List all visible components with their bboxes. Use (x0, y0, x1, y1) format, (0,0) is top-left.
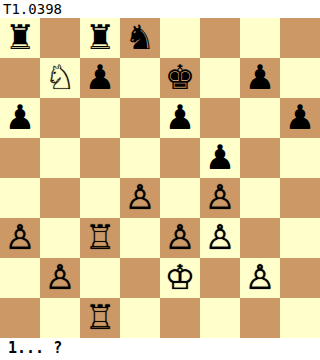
square-b8[interactable] (40, 18, 80, 58)
square-g2[interactable]: ♙ (240, 258, 280, 298)
white-pawn-icon[interactable]: ♙ (205, 217, 235, 257)
square-e6[interactable]: ♟ (160, 98, 200, 138)
square-h2[interactable] (280, 258, 320, 298)
square-b6[interactable] (40, 98, 80, 138)
square-d7[interactable] (120, 58, 160, 98)
black-pawn-icon[interactable]: ♟ (5, 97, 35, 137)
square-f6[interactable] (200, 98, 240, 138)
square-b1[interactable] (40, 298, 80, 338)
white-pawn-icon[interactable]: ♙ (245, 257, 275, 297)
square-c1[interactable]: ♖ (80, 298, 120, 338)
square-f3[interactable]: ♙ (200, 218, 240, 258)
white-pawn-icon[interactable]: ♙ (45, 257, 75, 297)
square-h1[interactable] (280, 298, 320, 338)
square-h3[interactable] (280, 218, 320, 258)
black-rook-icon[interactable]: ♜ (85, 17, 115, 57)
square-g1[interactable] (240, 298, 280, 338)
square-a2[interactable] (0, 258, 40, 298)
square-f1[interactable] (200, 298, 240, 338)
square-c4[interactable] (80, 178, 120, 218)
square-a5[interactable] (0, 138, 40, 178)
square-d8[interactable]: ♞ (120, 18, 160, 58)
white-pawn-icon[interactable]: ♙ (205, 177, 235, 217)
black-knight-icon[interactable]: ♞ (125, 17, 155, 57)
white-pawn-icon[interactable]: ♙ (5, 217, 35, 257)
square-a8[interactable]: ♜ (0, 18, 40, 58)
square-c3[interactable]: ♖ (80, 218, 120, 258)
black-pawn-icon[interactable]: ♟ (165, 97, 195, 137)
puzzle-id-label: T1.0398 (0, 0, 320, 18)
black-pawn-icon[interactable]: ♟ (85, 57, 115, 97)
square-f2[interactable] (200, 258, 240, 298)
white-king-icon[interactable]: ♔ (165, 257, 195, 297)
chess-board: ♜♜♞♘♟♚♟♟♟♟♟♙♙♙♖♙♙♙♔♙♖ (0, 18, 320, 338)
square-g8[interactable] (240, 18, 280, 58)
black-rook-icon[interactable]: ♜ (5, 17, 35, 57)
square-a6[interactable]: ♟ (0, 98, 40, 138)
square-c5[interactable] (80, 138, 120, 178)
square-g7[interactable]: ♟ (240, 58, 280, 98)
black-pawn-icon[interactable]: ♟ (205, 137, 235, 177)
square-b3[interactable] (40, 218, 80, 258)
square-b4[interactable] (40, 178, 80, 218)
square-e5[interactable] (160, 138, 200, 178)
white-pawn-icon[interactable]: ♙ (125, 177, 155, 217)
square-g5[interactable] (240, 138, 280, 178)
square-h6[interactable]: ♟ (280, 98, 320, 138)
white-knight-icon[interactable]: ♘ (45, 57, 75, 97)
square-c8[interactable]: ♜ (80, 18, 120, 58)
square-h5[interactable] (280, 138, 320, 178)
square-g3[interactable] (240, 218, 280, 258)
square-e1[interactable] (160, 298, 200, 338)
square-h4[interactable] (280, 178, 320, 218)
square-b7[interactable]: ♘ (40, 58, 80, 98)
white-pawn-icon[interactable]: ♙ (165, 217, 195, 257)
square-g6[interactable] (240, 98, 280, 138)
square-a7[interactable] (0, 58, 40, 98)
black-pawn-icon[interactable]: ♟ (285, 97, 315, 137)
black-king-icon[interactable]: ♚ (165, 57, 195, 97)
square-d6[interactable] (120, 98, 160, 138)
square-a3[interactable]: ♙ (0, 218, 40, 258)
square-b5[interactable] (40, 138, 80, 178)
square-f7[interactable] (200, 58, 240, 98)
square-a4[interactable] (0, 178, 40, 218)
square-f8[interactable] (200, 18, 240, 58)
square-d1[interactable] (120, 298, 160, 338)
square-e3[interactable]: ♙ (160, 218, 200, 258)
square-d4[interactable]: ♙ (120, 178, 160, 218)
black-pawn-icon[interactable]: ♟ (245, 57, 275, 97)
square-f4[interactable]: ♙ (200, 178, 240, 218)
square-c7[interactable]: ♟ (80, 58, 120, 98)
square-h7[interactable] (280, 58, 320, 98)
move-prompt-label: 1... ? (0, 338, 320, 360)
square-a1[interactable] (0, 298, 40, 338)
square-d2[interactable] (120, 258, 160, 298)
square-d3[interactable] (120, 218, 160, 258)
chess-trainer-window: T1.0398 ♜♜♞♘♟♚♟♟♟♟♟♙♙♙♖♙♙♙♔♙♖ 1... ? (0, 0, 320, 360)
square-b2[interactable]: ♙ (40, 258, 80, 298)
square-e4[interactable] (160, 178, 200, 218)
square-h8[interactable] (280, 18, 320, 58)
white-rook-icon[interactable]: ♖ (85, 297, 115, 337)
square-e7[interactable]: ♚ (160, 58, 200, 98)
square-d5[interactable] (120, 138, 160, 178)
square-e8[interactable] (160, 18, 200, 58)
white-rook-icon[interactable]: ♖ (85, 217, 115, 257)
square-e2[interactable]: ♔ (160, 258, 200, 298)
square-c2[interactable] (80, 258, 120, 298)
square-c6[interactable] (80, 98, 120, 138)
square-f5[interactable]: ♟ (200, 138, 240, 178)
square-g4[interactable] (240, 178, 280, 218)
